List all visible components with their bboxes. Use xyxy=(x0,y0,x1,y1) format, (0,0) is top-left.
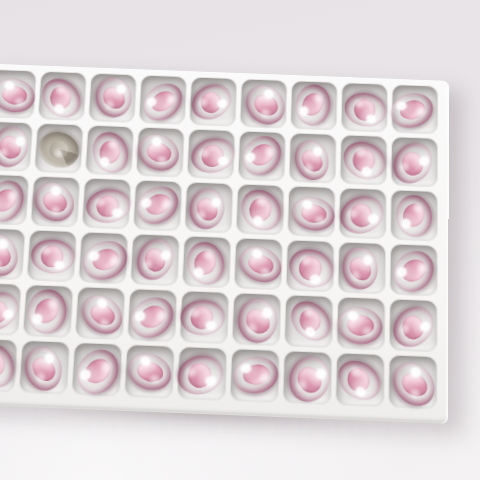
tray-perspective-wrap xyxy=(0,63,449,423)
pink-rhinestone xyxy=(77,233,134,286)
tray-cell xyxy=(38,72,86,120)
tray-cell xyxy=(231,349,279,402)
tray-cell xyxy=(336,353,384,406)
tray-cell xyxy=(340,188,386,238)
pink-rhinestone xyxy=(183,238,228,287)
pink-rhinestone xyxy=(70,342,127,400)
tray-cell xyxy=(131,234,179,285)
pink-rhinestone xyxy=(34,71,88,123)
tray-cell xyxy=(288,186,335,236)
pink-rhinestone xyxy=(136,76,190,127)
pink-rhinestone xyxy=(84,186,132,225)
pink-rhinestone xyxy=(74,287,130,341)
pink-rhinestone xyxy=(187,133,239,178)
pink-rhinestone xyxy=(123,289,182,346)
pink-rhinestone xyxy=(0,123,33,170)
pink-rhinestone xyxy=(0,285,25,338)
pink-rhinestone xyxy=(131,233,180,284)
tray-cell xyxy=(178,347,227,400)
tray-cell xyxy=(285,295,333,347)
tray-cell xyxy=(390,299,437,351)
tray-cell xyxy=(183,236,231,287)
tray-cell xyxy=(341,135,387,184)
tray-cell xyxy=(287,240,334,291)
tray-cell xyxy=(125,345,174,398)
pink-rhinestone xyxy=(122,347,177,396)
tray-cell xyxy=(27,230,76,281)
tray-cell xyxy=(134,181,182,231)
tray-cell xyxy=(233,293,281,345)
pink-rhinestone xyxy=(385,354,444,413)
tray-cell xyxy=(342,83,387,131)
tray-cell xyxy=(190,77,237,125)
pink-rhinestone xyxy=(93,75,133,119)
pink-rhinestone xyxy=(0,337,21,395)
tray-cell xyxy=(188,130,235,179)
pink-rhinestone xyxy=(185,77,238,126)
tray-cell xyxy=(19,341,69,394)
pink-rhinestone xyxy=(395,194,434,237)
pink-rhinestone xyxy=(130,178,186,231)
rhinestone-tray xyxy=(0,63,449,423)
pink-rhinestone xyxy=(0,227,25,282)
pink-rhinestone xyxy=(233,240,287,289)
tray-cell xyxy=(240,79,286,127)
tray-cell xyxy=(139,76,186,124)
pink-rhinestone xyxy=(283,293,338,347)
pink-rhinestone xyxy=(385,298,441,354)
tray-grid xyxy=(0,70,437,408)
pink-rhinestone xyxy=(293,82,332,127)
tray-cell xyxy=(31,177,80,227)
pink-rhinestone xyxy=(386,243,442,299)
pink-rhinestone xyxy=(336,134,392,186)
pink-rhinestone xyxy=(88,128,133,177)
tray-cell xyxy=(86,126,134,175)
tray-cell xyxy=(391,190,437,240)
tray-cell xyxy=(338,242,385,293)
pink-rhinestone xyxy=(131,127,186,178)
pink-rhinestone xyxy=(331,352,388,407)
tray-cell xyxy=(0,175,29,225)
tray-cell xyxy=(239,131,286,180)
tray-cell xyxy=(237,184,284,234)
pink-rhinestone xyxy=(336,304,385,346)
tray-cell xyxy=(392,137,437,186)
tray-cell xyxy=(0,70,36,118)
tray-cell xyxy=(72,343,122,396)
tray-cell xyxy=(392,85,437,133)
photo-background xyxy=(0,0,480,480)
tray-cell xyxy=(290,133,336,182)
tray-cell xyxy=(180,291,228,343)
pink-rhinestone xyxy=(27,175,82,229)
tray-cell xyxy=(128,289,177,341)
pink-rhinestone xyxy=(284,351,335,406)
pink-rhinestone xyxy=(291,137,333,183)
pink-rhinestone xyxy=(235,129,288,182)
pink-rhinestone xyxy=(29,237,77,276)
tray-cell xyxy=(23,285,72,337)
tray-cell xyxy=(0,339,17,392)
pink-rhinestone xyxy=(289,193,338,234)
pink-rhinestone xyxy=(385,87,439,133)
pink-rhinestone xyxy=(386,136,439,190)
tray-cell xyxy=(0,283,21,335)
tray-cell xyxy=(89,74,136,122)
pink-rhinestone xyxy=(0,175,30,227)
pink-rhinestone xyxy=(333,189,390,240)
tray-cell xyxy=(35,124,83,173)
tray-cell xyxy=(137,128,184,177)
tray-cell xyxy=(283,351,331,404)
pink-rhinestone xyxy=(342,89,389,130)
pink-rhinestone xyxy=(341,246,379,289)
tray-cell xyxy=(76,287,125,339)
pink-rhinestone xyxy=(187,186,227,231)
pink-rhinestone xyxy=(238,78,292,131)
tray-cell xyxy=(0,228,25,279)
tray-cell xyxy=(79,232,128,283)
pink-rhinestone xyxy=(26,288,67,334)
pink-rhinestone xyxy=(180,299,226,336)
pink-rhinestone xyxy=(0,73,40,116)
tray-cell xyxy=(235,238,282,289)
tray-cell xyxy=(185,183,232,233)
tray-cell xyxy=(390,244,436,295)
pink-rhinestone xyxy=(234,182,289,237)
tray-cell xyxy=(291,81,337,129)
tray-cell xyxy=(82,179,130,229)
pink-rhinestone xyxy=(237,297,277,343)
tray-cell xyxy=(337,297,384,349)
pink-rhinestone xyxy=(283,242,338,293)
pink-rhinestone xyxy=(230,352,282,397)
tray-cell xyxy=(389,355,436,408)
flipped-rhinestone xyxy=(32,125,86,174)
tray-cell xyxy=(0,122,32,171)
pink-rhinestone xyxy=(20,342,67,395)
pink-rhinestone xyxy=(173,349,228,399)
